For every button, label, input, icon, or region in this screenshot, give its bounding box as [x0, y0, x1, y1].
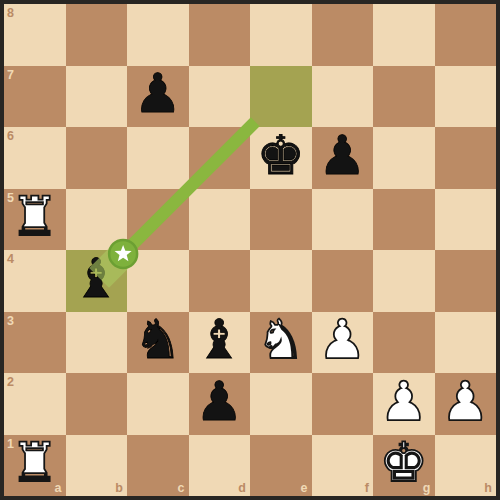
piece-white-knight[interactable]: ♞: [257, 313, 305, 367]
square-a8[interactable]: 8: [4, 4, 66, 66]
piece-black-bishop[interactable]: ♝: [72, 252, 120, 306]
square-h1[interactable]: h: [435, 435, 497, 497]
coord-rank-2: 2: [7, 376, 14, 389]
square-e4[interactable]: [250, 250, 312, 312]
square-b3[interactable]: [66, 312, 128, 374]
board-frame: 87♟6♚♟5♜4♝3♞♝♞♟2♟♟♟1a♜bcdefg♚h: [0, 0, 500, 500]
piece-black-pawn[interactable]: ♟: [134, 67, 182, 121]
square-e2[interactable]: [250, 373, 312, 435]
square-c8[interactable]: [127, 4, 189, 66]
square-e6[interactable]: ♚: [250, 127, 312, 189]
square-e3[interactable]: ♞: [250, 312, 312, 374]
coord-rank-4: 4: [7, 253, 14, 266]
square-h4[interactable]: [435, 250, 497, 312]
coord-file-d: d: [238, 482, 246, 495]
square-f8[interactable]: [312, 4, 374, 66]
piece-white-pawn[interactable]: ♟: [441, 375, 489, 429]
piece-white-pawn[interactable]: ♟: [380, 375, 428, 429]
square-c7[interactable]: ♟: [127, 66, 189, 128]
chess-board: 87♟6♚♟5♜4♝3♞♝♞♟2♟♟♟1a♜bcdefg♚h: [4, 4, 496, 496]
square-d8[interactable]: [189, 4, 251, 66]
square-f6[interactable]: ♟: [312, 127, 374, 189]
square-h8[interactable]: [435, 4, 497, 66]
square-b8[interactable]: [66, 4, 128, 66]
coord-file-e: e: [301, 482, 308, 495]
square-e7[interactable]: [250, 66, 312, 128]
square-a6[interactable]: 6: [4, 127, 66, 189]
coord-file-h: h: [484, 482, 492, 495]
square-h6[interactable]: [435, 127, 497, 189]
square-g2[interactable]: ♟: [373, 373, 435, 435]
square-b4[interactable]: ♝: [66, 250, 128, 312]
square-c5[interactable]: [127, 189, 189, 251]
coord-rank-6: 6: [7, 130, 14, 143]
square-e5[interactable]: [250, 189, 312, 251]
square-e8[interactable]: [250, 4, 312, 66]
square-d5[interactable]: [189, 189, 251, 251]
square-h2[interactable]: ♟: [435, 373, 497, 435]
square-g5[interactable]: [373, 189, 435, 251]
piece-white-pawn[interactable]: ♟: [318, 313, 366, 367]
coord-rank-3: 3: [7, 315, 14, 328]
square-d1[interactable]: d: [189, 435, 251, 497]
coord-file-f: f: [365, 482, 369, 495]
piece-black-knight[interactable]: ♞: [134, 313, 182, 367]
square-g6[interactable]: [373, 127, 435, 189]
square-h3[interactable]: [435, 312, 497, 374]
square-g3[interactable]: [373, 312, 435, 374]
square-d2[interactable]: ♟: [189, 373, 251, 435]
square-a5[interactable]: 5♜: [4, 189, 66, 251]
square-a7[interactable]: 7: [4, 66, 66, 128]
square-b7[interactable]: [66, 66, 128, 128]
square-a3[interactable]: 3: [4, 312, 66, 374]
coord-file-b: b: [115, 482, 123, 495]
square-a4[interactable]: 4: [4, 250, 66, 312]
piece-white-king[interactable]: ♚: [380, 436, 428, 490]
square-g1[interactable]: g♚: [373, 435, 435, 497]
square-e1[interactable]: e: [250, 435, 312, 497]
square-b6[interactable]: [66, 127, 128, 189]
square-d4[interactable]: [189, 250, 251, 312]
coord-rank-8: 8: [7, 7, 14, 20]
square-f1[interactable]: f: [312, 435, 374, 497]
coord-file-c: c: [178, 482, 185, 495]
square-f2[interactable]: [312, 373, 374, 435]
square-d7[interactable]: [189, 66, 251, 128]
square-a1[interactable]: 1a♜: [4, 435, 66, 497]
square-f5[interactable]: [312, 189, 374, 251]
square-d6[interactable]: [189, 127, 251, 189]
square-f7[interactable]: [312, 66, 374, 128]
square-h7[interactable]: [435, 66, 497, 128]
square-d3[interactable]: ♝: [189, 312, 251, 374]
square-f4[interactable]: [312, 250, 374, 312]
piece-black-pawn[interactable]: ♟: [318, 129, 366, 183]
square-f3[interactable]: ♟: [312, 312, 374, 374]
piece-black-pawn[interactable]: ♟: [195, 375, 243, 429]
square-a2[interactable]: 2: [4, 373, 66, 435]
piece-white-rook[interactable]: ♜: [11, 190, 59, 244]
piece-black-king[interactable]: ♚: [257, 129, 305, 183]
square-b5[interactable]: [66, 189, 128, 251]
square-g8[interactable]: [373, 4, 435, 66]
square-h5[interactable]: [435, 189, 497, 251]
square-c1[interactable]: c: [127, 435, 189, 497]
square-c3[interactable]: ♞: [127, 312, 189, 374]
square-g7[interactable]: [373, 66, 435, 128]
piece-white-rook[interactable]: ♜: [11, 436, 59, 490]
square-c4[interactable]: [127, 250, 189, 312]
piece-black-bishop[interactable]: ♝: [195, 313, 243, 367]
square-b1[interactable]: b: [66, 435, 128, 497]
square-c6[interactable]: [127, 127, 189, 189]
square-b2[interactable]: [66, 373, 128, 435]
square-c2[interactable]: [127, 373, 189, 435]
coord-rank-7: 7: [7, 69, 14, 82]
square-g4[interactable]: [373, 250, 435, 312]
